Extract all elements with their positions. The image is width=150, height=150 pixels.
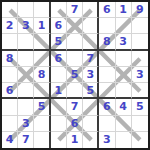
cell-r8c6[interactable] bbox=[83, 116, 99, 132]
cell-r1c9[interactable]: 9 bbox=[132, 2, 148, 18]
cell-r4c7[interactable] bbox=[99, 51, 115, 67]
cell-r9c9[interactable] bbox=[132, 132, 148, 148]
cell-r9c7[interactable]: 3 bbox=[99, 132, 115, 148]
cell-r1c3[interactable] bbox=[34, 2, 50, 18]
given-digit: 3 bbox=[103, 134, 111, 145]
cell-r6c3[interactable] bbox=[34, 83, 50, 99]
cell-r9c8[interactable] bbox=[116, 132, 132, 148]
cell-r7c5[interactable]: 7 bbox=[67, 99, 83, 115]
cell-r6c4[interactable]: 1 bbox=[51, 83, 67, 99]
cell-r9c5[interactable]: 1 bbox=[67, 132, 83, 148]
given-digit: 5 bbox=[86, 85, 94, 96]
given-digit: 5 bbox=[54, 36, 62, 47]
cell-r5c2[interactable] bbox=[18, 67, 34, 83]
cell-r5c3[interactable]: 8 bbox=[34, 67, 50, 83]
cell-r5c1[interactable] bbox=[2, 67, 18, 83]
sudoku-board: 76192316583867853361557645364713 bbox=[0, 0, 150, 150]
cell-r4c6[interactable]: 7 bbox=[83, 51, 99, 67]
given-digit: 6 bbox=[71, 118, 79, 129]
cell-r1c4[interactable] bbox=[51, 2, 67, 18]
cell-r7c6[interactable] bbox=[83, 99, 99, 115]
cell-r2c2[interactable]: 3 bbox=[18, 18, 34, 34]
given-digit: 3 bbox=[136, 69, 144, 80]
cell-r3c9[interactable] bbox=[132, 34, 148, 50]
cell-r3c7[interactable]: 8 bbox=[99, 34, 115, 50]
cell-r7c3[interactable]: 5 bbox=[34, 99, 50, 115]
given-digit: 1 bbox=[54, 85, 62, 96]
cell-r5c6[interactable]: 3 bbox=[83, 67, 99, 83]
cell-r4c9[interactable] bbox=[132, 51, 148, 67]
cell-r8c5[interactable]: 6 bbox=[67, 116, 83, 132]
cell-r2c6[interactable] bbox=[83, 18, 99, 34]
given-digit: 3 bbox=[86, 69, 94, 80]
cell-r8c2[interactable]: 3 bbox=[18, 116, 34, 132]
cell-r4c2[interactable] bbox=[18, 51, 34, 67]
cell-r8c8[interactable] bbox=[116, 116, 132, 132]
given-digit: 7 bbox=[71, 4, 79, 15]
given-digit: 3 bbox=[22, 118, 30, 129]
cell-r1c7[interactable]: 6 bbox=[99, 2, 115, 18]
cell-r7c4[interactable] bbox=[51, 99, 67, 115]
cell-r9c2[interactable]: 7 bbox=[18, 132, 34, 148]
given-digit: 4 bbox=[119, 101, 127, 112]
given-digit: 5 bbox=[136, 101, 144, 112]
cell-r6c6[interactable]: 5 bbox=[83, 83, 99, 99]
cell-r5c5[interactable]: 5 bbox=[67, 67, 83, 83]
given-digit: 8 bbox=[38, 69, 46, 80]
cell-r9c1[interactable]: 4 bbox=[2, 132, 18, 148]
cell-r6c1[interactable]: 6 bbox=[2, 83, 18, 99]
cell-r2c4[interactable]: 6 bbox=[51, 18, 67, 34]
cell-r7c8[interactable]: 4 bbox=[116, 99, 132, 115]
cell-r7c1[interactable] bbox=[2, 99, 18, 115]
cell-r2c1[interactable]: 2 bbox=[2, 18, 18, 34]
given-digit: 2 bbox=[6, 20, 14, 31]
cell-r3c8[interactable]: 3 bbox=[116, 34, 132, 50]
given-digit: 1 bbox=[38, 20, 46, 31]
cell-r6c5[interactable] bbox=[67, 83, 83, 99]
cell-r7c2[interactable] bbox=[18, 99, 34, 115]
cell-r6c9[interactable] bbox=[132, 83, 148, 99]
cell-r3c4[interactable]: 5 bbox=[51, 34, 67, 50]
cell-r2c3[interactable]: 1 bbox=[34, 18, 50, 34]
cell-r5c4[interactable] bbox=[51, 67, 67, 83]
given-digit: 3 bbox=[119, 36, 127, 47]
given-digit: 5 bbox=[71, 69, 79, 80]
cell-r3c6[interactable] bbox=[83, 34, 99, 50]
cell-r4c4[interactable]: 6 bbox=[51, 51, 67, 67]
cell-r6c8[interactable] bbox=[116, 83, 132, 99]
cell-r1c1[interactable] bbox=[2, 2, 18, 18]
given-digit: 6 bbox=[54, 53, 62, 64]
given-digit: 6 bbox=[103, 101, 111, 112]
cell-r2c5[interactable] bbox=[67, 18, 83, 34]
cell-r1c5[interactable]: 7 bbox=[67, 2, 83, 18]
given-digit: 7 bbox=[22, 134, 30, 145]
cell-r3c2[interactable] bbox=[18, 34, 34, 50]
cell-r9c3[interactable] bbox=[34, 132, 50, 148]
cell-r4c1[interactable]: 8 bbox=[2, 51, 18, 67]
cell-r2c8[interactable] bbox=[116, 18, 132, 34]
cell-r2c7[interactable] bbox=[99, 18, 115, 34]
cell-r8c7[interactable] bbox=[99, 116, 115, 132]
cell-r8c3[interactable] bbox=[34, 116, 50, 132]
cell-r4c5[interactable] bbox=[67, 51, 83, 67]
cell-r8c4[interactable] bbox=[51, 116, 67, 132]
cell-r8c9[interactable] bbox=[132, 116, 148, 132]
given-digit: 9 bbox=[136, 4, 144, 15]
cell-r2c9[interactable] bbox=[132, 18, 148, 34]
cell-r5c7[interactable] bbox=[99, 67, 115, 83]
cell-r1c6[interactable] bbox=[83, 2, 99, 18]
given-digit: 6 bbox=[103, 4, 111, 15]
cell-r7c9[interactable]: 5 bbox=[132, 99, 148, 115]
given-digit: 4 bbox=[6, 134, 14, 145]
cell-r5c9[interactable]: 3 bbox=[132, 67, 148, 83]
cell-r8c1[interactable] bbox=[2, 116, 18, 132]
cell-r4c3[interactable] bbox=[34, 51, 50, 67]
cell-r9c6[interactable] bbox=[83, 132, 99, 148]
given-digit: 3 bbox=[22, 20, 30, 31]
cell-r9c4[interactable] bbox=[51, 132, 67, 148]
cell-r1c2[interactable] bbox=[18, 2, 34, 18]
given-digit: 5 bbox=[38, 101, 46, 112]
given-digit: 8 bbox=[6, 53, 14, 64]
cell-r3c1[interactable] bbox=[2, 34, 18, 50]
given-digit: 6 bbox=[54, 20, 62, 31]
given-digit: 6 bbox=[6, 85, 14, 96]
cell-r7c7[interactable]: 6 bbox=[99, 99, 115, 115]
given-digit: 7 bbox=[71, 101, 79, 112]
cell-r1c8[interactable]: 1 bbox=[116, 2, 132, 18]
cell-r6c2[interactable] bbox=[18, 83, 34, 99]
given-digit: 1 bbox=[119, 4, 127, 15]
sudoku-grid: 76192316583867853361557645364713 bbox=[2, 2, 148, 148]
cell-r3c5[interactable] bbox=[67, 34, 83, 50]
cell-r3c3[interactable] bbox=[34, 34, 50, 50]
cell-r5c8[interactable] bbox=[116, 67, 132, 83]
given-digit: 1 bbox=[71, 134, 79, 145]
given-digit: 8 bbox=[103, 36, 111, 47]
cell-r6c7[interactable] bbox=[99, 83, 115, 99]
cell-r4c8[interactable] bbox=[116, 51, 132, 67]
given-digit: 7 bbox=[86, 53, 94, 64]
